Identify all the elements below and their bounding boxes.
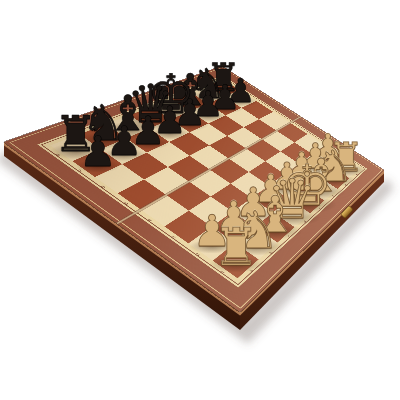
black-pawn-a7[interactable]: ♟ bbox=[79, 133, 117, 171]
chess-set-photo: abcdefgh87654321 ♜♞♝♛♚♝♞♜♟♟♟♟♟♟♟♟♟♟♟♟♟♟♟… bbox=[0, 0, 400, 400]
white-rook-a1[interactable]: ♜ bbox=[213, 224, 259, 271]
